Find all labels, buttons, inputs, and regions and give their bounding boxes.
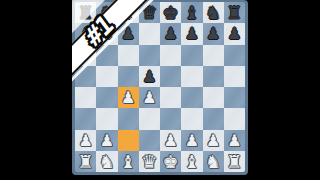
square-b7[interactable]: ♟ [96,23,117,44]
square-h5[interactable] [224,66,245,87]
square-c2[interactable] [118,130,139,151]
piece-white-pawn[interactable]: ♟ [227,132,241,149]
square-d5[interactable]: ♟ [139,66,160,87]
square-a7[interactable]: ♟ [75,23,96,44]
square-f2[interactable]: ♟ [181,130,202,151]
piece-black-pawn[interactable]: ♟ [78,25,92,42]
square-e7[interactable]: ♟ [160,23,181,44]
square-f5[interactable] [181,66,202,87]
piece-white-pawn[interactable]: ♟ [142,89,156,106]
piece-white-pawn[interactable]: ♟ [185,132,199,149]
square-e1[interactable]: ♚ [160,151,181,172]
square-e8[interactable]: ♚ [160,2,181,23]
chess-board-grid: ♜♞♝♛♚♝♞♜♟♟♟♟♟♟♟♟♟♟♟♟♟♟♟♟♜♞♝♛♚♝♞♜ [75,2,245,172]
square-b3[interactable] [96,108,117,129]
video-frame: ♜♞♝♛♚♝♞♜♟♟♟♟♟♟♟♟♟♟♟♟♟♟♟♟♜♞♝♛♚♝♞♜ #1 [0,0,320,180]
square-e2[interactable]: ♟ [160,130,181,151]
piece-white-rook[interactable]: ♜ [78,152,94,171]
square-c6[interactable] [118,45,139,66]
piece-white-knight[interactable]: ♞ [99,152,115,171]
piece-white-pawn[interactable]: ♟ [121,89,135,106]
square-a8[interactable]: ♜ [75,2,96,23]
square-h7[interactable]: ♟ [224,23,245,44]
square-h8[interactable]: ♜ [224,2,245,23]
square-b1[interactable]: ♞ [96,151,117,172]
square-h4[interactable] [224,87,245,108]
piece-white-bishop[interactable]: ♝ [120,152,136,171]
square-b2[interactable]: ♟ [96,130,117,151]
square-c1[interactable]: ♝ [118,151,139,172]
piece-black-rook[interactable]: ♜ [226,3,242,22]
square-g6[interactable] [203,45,224,66]
piece-white-king[interactable]: ♚ [163,152,179,171]
square-a6[interactable] [75,45,96,66]
piece-black-pawn[interactable]: ♟ [227,25,241,42]
square-d1[interactable]: ♛ [139,151,160,172]
piece-black-knight[interactable]: ♞ [205,3,221,22]
square-e3[interactable] [160,108,181,129]
square-f1[interactable]: ♝ [181,151,202,172]
square-g8[interactable]: ♞ [203,2,224,23]
piece-black-queen[interactable]: ♛ [141,3,157,22]
piece-white-pawn[interactable]: ♟ [78,132,92,149]
square-d3[interactable] [139,108,160,129]
square-f4[interactable] [181,87,202,108]
square-d7[interactable] [139,23,160,44]
square-d2[interactable] [139,130,160,151]
square-d4[interactable]: ♟ [139,87,160,108]
square-a2[interactable]: ♟ [75,130,96,151]
square-f6[interactable] [181,45,202,66]
square-g3[interactable] [203,108,224,129]
square-f3[interactable] [181,108,202,129]
piece-black-pawn[interactable]: ♟ [121,25,135,42]
piece-black-pawn[interactable]: ♟ [185,25,199,42]
square-c7[interactable]: ♟ [118,23,139,44]
square-c5[interactable] [118,66,139,87]
square-c3[interactable] [118,108,139,129]
piece-black-pawn[interactable]: ♟ [142,68,156,85]
square-g7[interactable]: ♟ [203,23,224,44]
piece-black-pawn[interactable]: ♟ [100,25,114,42]
square-f8[interactable]: ♝ [181,2,202,23]
square-b5[interactable] [96,66,117,87]
piece-white-knight[interactable]: ♞ [205,152,221,171]
square-a1[interactable]: ♜ [75,151,96,172]
square-c4[interactable]: ♟ [118,87,139,108]
square-g4[interactable] [203,87,224,108]
piece-white-pawn[interactable]: ♟ [100,132,114,149]
piece-black-knight[interactable]: ♞ [99,3,115,22]
square-d8[interactable]: ♛ [139,2,160,23]
square-d6[interactable] [139,45,160,66]
square-e5[interactable] [160,66,181,87]
square-e6[interactable] [160,45,181,66]
square-a4[interactable] [75,87,96,108]
piece-black-bishop[interactable]: ♝ [120,3,136,22]
piece-black-pawn[interactable]: ♟ [163,25,177,42]
square-b4[interactable] [96,87,117,108]
piece-white-pawn[interactable]: ♟ [163,132,177,149]
square-h1[interactable]: ♜ [224,151,245,172]
chess-board: ♜♞♝♛♚♝♞♜♟♟♟♟♟♟♟♟♟♟♟♟♟♟♟♟♜♞♝♛♚♝♞♜ #1 [72,0,248,175]
square-a3[interactable] [75,108,96,129]
piece-black-rook[interactable]: ♜ [78,3,94,22]
square-f7[interactable]: ♟ [181,23,202,44]
square-b6[interactable] [96,45,117,66]
square-g1[interactable]: ♞ [203,151,224,172]
piece-white-queen[interactable]: ♛ [141,152,157,171]
square-g5[interactable] [203,66,224,87]
square-h3[interactable] [224,108,245,129]
square-h6[interactable] [224,45,245,66]
piece-white-bishop[interactable]: ♝ [184,152,200,171]
piece-black-king[interactable]: ♚ [163,3,179,22]
piece-black-bishop[interactable]: ♝ [184,3,200,22]
square-g2[interactable]: ♟ [203,130,224,151]
square-e4[interactable] [160,87,181,108]
square-a5[interactable] [75,66,96,87]
square-b8[interactable]: ♞ [96,2,117,23]
square-h2[interactable]: ♟ [224,130,245,151]
piece-white-rook[interactable]: ♜ [226,152,242,171]
piece-white-pawn[interactable]: ♟ [206,132,220,149]
square-c8[interactable]: ♝ [118,2,139,23]
piece-black-pawn[interactable]: ♟ [206,25,220,42]
